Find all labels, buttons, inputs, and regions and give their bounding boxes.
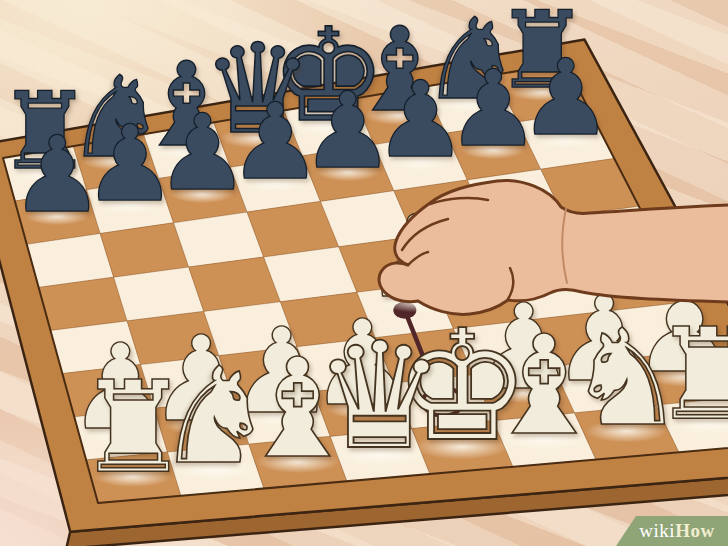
hand-silhouette	[379, 181, 728, 315]
hand-holding-pawn	[0, 0, 728, 546]
chess-opening-illustration: ♜♞♝♛♚♝♞♜♟♟♟♟♟♟♟♟♟♟♟♟♟♟♟♜♞♝♛♚♝♞♜♟ wikiHow	[0, 0, 728, 546]
watermark-how: How	[675, 520, 715, 542]
watermark-wiki: wiki	[639, 520, 675, 542]
